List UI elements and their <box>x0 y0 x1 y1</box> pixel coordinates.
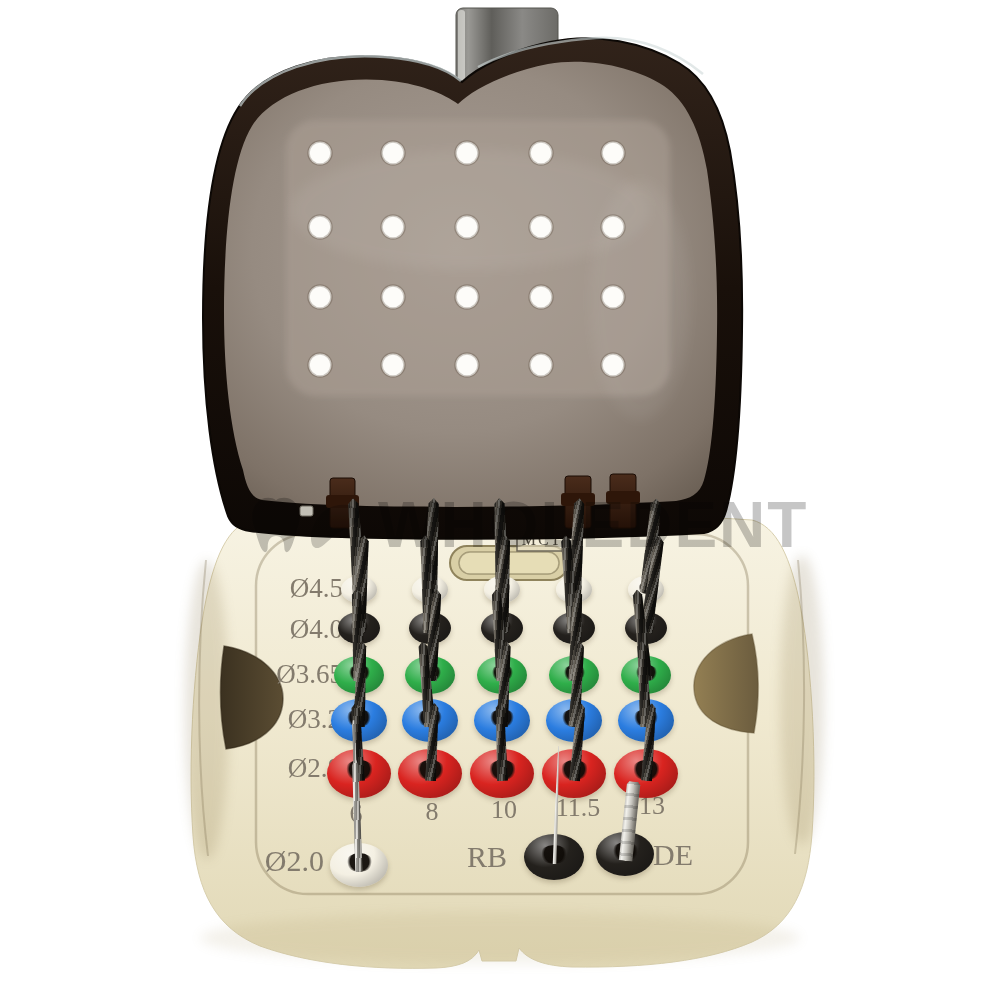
lid-hole <box>602 216 625 239</box>
lid-hole <box>602 142 625 165</box>
dental-drill-kit-photo: MCT Ø4.5Ø4.0Ø3.65Ø3.2Ø2.8681011.513Ø2.0R… <box>0 0 1000 1000</box>
hinge-flange <box>606 491 640 504</box>
lid-hole <box>456 216 479 239</box>
hinge-pin <box>300 506 313 516</box>
hinge-flange <box>326 495 359 508</box>
lid-hole <box>382 354 405 377</box>
lid-hole <box>602 354 625 377</box>
case-base: MCT <box>185 513 824 969</box>
lid-hole <box>530 142 553 165</box>
lid-hole <box>456 286 479 309</box>
lid-hole <box>530 354 553 377</box>
hinge-flange <box>561 493 595 506</box>
lid-hole <box>309 354 332 377</box>
lid-hole <box>309 216 332 239</box>
lid-hole <box>530 216 553 239</box>
case-illustration: MCT <box>0 0 1000 1000</box>
lid-hole <box>530 286 553 309</box>
case-lid <box>203 38 742 539</box>
lid-hole <box>382 286 405 309</box>
lid-hole <box>456 142 479 165</box>
lid-hole <box>382 216 405 239</box>
lid-hole <box>309 286 332 309</box>
lid-hole <box>382 142 405 165</box>
lid-hole <box>456 354 479 377</box>
lid-hole <box>309 142 332 165</box>
lid-hole <box>602 286 625 309</box>
